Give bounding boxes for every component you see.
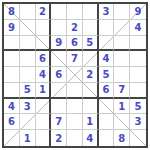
cell-r5c8[interactable]	[114, 67, 130, 83]
cell-r4c4[interactable]	[51, 51, 67, 67]
cell-r4c8[interactable]	[114, 51, 130, 67]
cell-r9c4[interactable]: 2	[51, 130, 67, 146]
cell-r9c2[interactable]: 1	[20, 130, 36, 146]
cell-r8c2[interactable]	[20, 114, 36, 130]
cell-r5c6[interactable]: 2	[83, 67, 99, 83]
cell-r4c2[interactable]	[20, 51, 36, 67]
cell-r6c8[interactable]: 7	[114, 83, 130, 99]
cell-r3c5[interactable]: 6	[67, 36, 83, 52]
cell-r5c7[interactable]: 5	[99, 67, 115, 83]
cell-r1c5[interactable]	[67, 4, 83, 20]
cell-r2c9[interactable]: 4	[130, 20, 146, 36]
cell-r9c8[interactable]: 8	[114, 130, 130, 146]
cell-r9c6[interactable]: 4	[83, 130, 99, 146]
cell-r8c4[interactable]: 7	[51, 114, 67, 130]
cell-r2c5[interactable]: 2	[67, 20, 83, 36]
cell-r9c5[interactable]	[67, 130, 83, 146]
cell-r2c6[interactable]	[83, 20, 99, 36]
cell-r6c3[interactable]: 1	[36, 83, 52, 99]
cell-r1c8[interactable]	[114, 4, 130, 20]
cell-r3c7[interactable]	[99, 36, 115, 52]
cell-r7c6[interactable]	[83, 99, 99, 115]
cell-r5c1[interactable]	[4, 67, 20, 83]
cell-r3c2[interactable]	[20, 36, 36, 52]
cell-r8c8[interactable]	[114, 114, 130, 130]
cell-r1c1[interactable]: 8	[4, 4, 20, 20]
cell-r1c7[interactable]: 3	[99, 4, 115, 20]
cell-r1c4[interactable]	[51, 4, 67, 20]
cell-r2c8[interactable]	[114, 20, 130, 36]
cell-r2c4[interactable]	[51, 20, 67, 36]
cell-r7c5[interactable]	[67, 99, 83, 115]
cell-r5c5[interactable]	[67, 67, 83, 83]
cell-r6c4[interactable]	[51, 83, 67, 99]
cell-r7c2[interactable]: 3	[20, 99, 36, 115]
cell-r4c9[interactable]	[130, 51, 146, 67]
cell-r5c2[interactable]	[20, 67, 36, 83]
cell-r1c2[interactable]	[20, 4, 36, 20]
cell-r3c8[interactable]	[114, 36, 130, 52]
cell-r6c9[interactable]	[130, 83, 146, 99]
cell-r2c1[interactable]: 9	[4, 20, 20, 36]
cell-r7c9[interactable]: 5	[130, 99, 146, 115]
cell-r9c9[interactable]	[130, 130, 146, 146]
cell-r9c3[interactable]	[36, 130, 52, 146]
cell-r7c7[interactable]	[99, 99, 115, 115]
cell-r3c3[interactable]	[36, 36, 52, 52]
cell-r4c1[interactable]	[4, 51, 20, 67]
page: 823992496567446255167431567131248	[0, 0, 150, 150]
cell-r4c5[interactable]: 7	[67, 51, 83, 67]
cell-r2c7[interactable]	[99, 20, 115, 36]
cell-r4c7[interactable]: 4	[99, 51, 115, 67]
cell-r6c6[interactable]	[83, 83, 99, 99]
cell-r8c6[interactable]: 1	[83, 114, 99, 130]
cell-r6c1[interactable]	[4, 83, 20, 99]
cell-r1c3[interactable]: 2	[36, 4, 52, 20]
cell-r6c7[interactable]: 6	[99, 83, 115, 99]
cell-r7c8[interactable]: 1	[114, 99, 130, 115]
cell-r1c6[interactable]	[83, 4, 99, 20]
cell-r8c1[interactable]: 6	[4, 114, 20, 130]
cell-r8c5[interactable]	[67, 114, 83, 130]
cell-r5c9[interactable]	[130, 67, 146, 83]
cell-r2c3[interactable]	[36, 20, 52, 36]
cell-r7c1[interactable]: 4	[4, 99, 20, 115]
cell-r6c2[interactable]: 5	[20, 83, 36, 99]
cell-r3c6[interactable]: 5	[83, 36, 99, 52]
cell-r7c3[interactable]	[36, 99, 52, 115]
cell-r5c3[interactable]: 4	[36, 67, 52, 83]
cell-r8c7[interactable]	[99, 114, 115, 130]
cell-r4c3[interactable]: 6	[36, 51, 52, 67]
cell-r6c5[interactable]	[67, 83, 83, 99]
cell-r9c7[interactable]	[99, 130, 115, 146]
cell-r8c9[interactable]: 3	[130, 114, 146, 130]
cell-r4c6[interactable]	[83, 51, 99, 67]
cell-r8c3[interactable]	[36, 114, 52, 130]
cell-r5c4[interactable]: 6	[51, 67, 67, 83]
cell-r9c1[interactable]	[4, 130, 20, 146]
cell-r3c9[interactable]	[130, 36, 146, 52]
cell-r1c9[interactable]: 9	[130, 4, 146, 20]
cell-r7c4[interactable]	[51, 99, 67, 115]
cell-r3c1[interactable]	[4, 36, 20, 52]
sudoku-board: 823992496567446255167431567131248	[2, 2, 148, 148]
cell-r2c2[interactable]	[20, 20, 36, 36]
cell-r3c4[interactable]: 9	[51, 36, 67, 52]
